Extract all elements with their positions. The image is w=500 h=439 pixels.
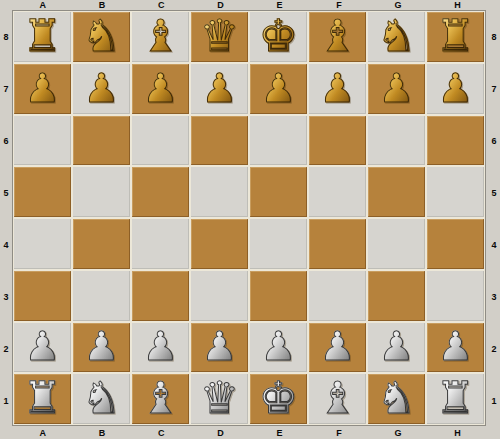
square-e8[interactable]: ♚ <box>250 12 307 62</box>
file-labels-top: ABCDEFGH <box>13 0 487 10</box>
piece-black-bishop[interactable]: ♝ <box>318 14 357 58</box>
square-g6[interactable] <box>368 116 425 166</box>
rank-label-1: 1 <box>488 375 500 427</box>
square-h8[interactable]: ♜ <box>427 12 484 62</box>
square-f7[interactable]: ♟ <box>309 64 366 114</box>
square-f5[interactable] <box>309 167 366 217</box>
file-label-d: D <box>191 0 250 10</box>
square-h5[interactable] <box>427 167 484 217</box>
rank-label-4: 4 <box>0 219 12 271</box>
rank-label-3: 3 <box>0 271 12 323</box>
piece-white-pawn[interactable]: ♟ <box>379 326 415 366</box>
piece-white-pawn[interactable]: ♟ <box>438 326 474 366</box>
square-g1[interactable]: ♞ <box>368 374 425 424</box>
file-label-b: B <box>72 0 131 10</box>
piece-black-king[interactable]: ♚ <box>259 14 298 58</box>
square-a8[interactable]: ♜ <box>14 12 71 62</box>
square-c1[interactable]: ♝ <box>132 374 189 424</box>
piece-white-queen[interactable]: ♛ <box>200 376 239 420</box>
square-a2[interactable]: ♟ <box>14 323 71 373</box>
square-e5[interactable] <box>250 167 307 217</box>
piece-black-pawn[interactable]: ♟ <box>143 68 179 108</box>
square-b4[interactable] <box>73 219 130 269</box>
square-h3[interactable] <box>427 271 484 321</box>
square-h4[interactable] <box>427 219 484 269</box>
piece-black-pawn[interactable]: ♟ <box>379 68 415 108</box>
square-c8[interactable]: ♝ <box>132 12 189 62</box>
square-b8[interactable]: ♞ <box>73 12 130 62</box>
piece-white-rook[interactable]: ♜ <box>23 376 62 420</box>
rank-label-5: 5 <box>0 167 12 219</box>
piece-black-pawn[interactable]: ♟ <box>438 68 474 108</box>
rank-label-7: 7 <box>488 63 500 115</box>
square-a3[interactable] <box>14 271 71 321</box>
chess-game-window: ABCDEFGH 87654321 ♜♞♝♛♚♝♞♜♟♟♟♟♟♟♟♟♟♟♟♟♟♟… <box>0 0 500 439</box>
rank-labels-right: 87654321 <box>488 11 500 427</box>
square-f8[interactable]: ♝ <box>309 12 366 62</box>
square-a5[interactable] <box>14 167 71 217</box>
square-d2[interactable]: ♟ <box>191 323 248 373</box>
square-d4[interactable] <box>191 219 248 269</box>
file-label-f: F <box>309 0 368 10</box>
rank-label-6: 6 <box>0 115 12 167</box>
piece-black-rook[interactable]: ♜ <box>436 14 475 58</box>
square-e7[interactable]: ♟ <box>250 64 307 114</box>
square-h2[interactable]: ♟ <box>427 323 484 373</box>
piece-white-pawn[interactable]: ♟ <box>25 326 61 366</box>
rank-labels-left: 87654321 <box>0 11 12 427</box>
chess-board: ♜♞♝♛♚♝♞♜♟♟♟♟♟♟♟♟♟♟♟♟♟♟♟♟♜♞♝♛♚♝♞♜ <box>12 10 486 426</box>
piece-white-pawn[interactable]: ♟ <box>320 326 356 366</box>
square-c3[interactable] <box>132 271 189 321</box>
file-label-d: D <box>191 427 250 439</box>
piece-black-pawn[interactable]: ♟ <box>320 68 356 108</box>
rank-label-2: 2 <box>488 323 500 375</box>
file-label-b: B <box>72 427 131 439</box>
file-label-g: G <box>369 427 428 439</box>
square-c5[interactable] <box>132 167 189 217</box>
file-label-c: C <box>132 427 191 439</box>
file-labels-bottom: ABCDEFGH <box>13 427 487 439</box>
piece-white-pawn[interactable]: ♟ <box>84 326 120 366</box>
piece-black-queen[interactable]: ♛ <box>200 14 239 58</box>
piece-white-pawn[interactable]: ♟ <box>143 326 179 366</box>
file-label-a: A <box>13 0 72 10</box>
square-g7[interactable]: ♟ <box>368 64 425 114</box>
piece-white-rook[interactable]: ♜ <box>436 376 475 420</box>
square-b7[interactable]: ♟ <box>73 64 130 114</box>
rank-label-8: 8 <box>0 11 12 63</box>
piece-black-bishop[interactable]: ♝ <box>141 14 180 58</box>
square-d5[interactable] <box>191 167 248 217</box>
piece-black-pawn[interactable]: ♟ <box>202 68 238 108</box>
square-b3[interactable] <box>73 271 130 321</box>
square-e4[interactable] <box>250 219 307 269</box>
square-f2[interactable]: ♟ <box>309 323 366 373</box>
square-c6[interactable] <box>132 116 189 166</box>
piece-black-pawn[interactable]: ♟ <box>261 68 297 108</box>
piece-white-king[interactable]: ♚ <box>259 376 298 420</box>
piece-black-rook[interactable]: ♜ <box>23 14 62 58</box>
square-h6[interactable] <box>427 116 484 166</box>
rank-label-8: 8 <box>488 11 500 63</box>
square-c7[interactable]: ♟ <box>132 64 189 114</box>
rank-label-1: 1 <box>0 375 12 427</box>
square-b5[interactable] <box>73 167 130 217</box>
piece-black-knight[interactable]: ♞ <box>82 14 121 58</box>
square-e2[interactable]: ♟ <box>250 323 307 373</box>
square-d7[interactable]: ♟ <box>191 64 248 114</box>
file-label-e: E <box>250 427 309 439</box>
square-e6[interactable] <box>250 116 307 166</box>
square-a6[interactable] <box>14 116 71 166</box>
piece-white-pawn[interactable]: ♟ <box>202 326 238 366</box>
square-d3[interactable] <box>191 271 248 321</box>
piece-white-knight[interactable]: ♞ <box>377 376 416 420</box>
square-d6[interactable] <box>191 116 248 166</box>
square-g2[interactable]: ♟ <box>368 323 425 373</box>
square-g8[interactable]: ♞ <box>368 12 425 62</box>
square-a1[interactable]: ♜ <box>14 374 71 424</box>
piece-white-bishop[interactable]: ♝ <box>141 376 180 420</box>
square-a4[interactable] <box>14 219 71 269</box>
piece-white-bishop[interactable]: ♝ <box>318 376 357 420</box>
file-label-h: H <box>428 427 487 439</box>
square-f3[interactable] <box>309 271 366 321</box>
square-e1[interactable]: ♚ <box>250 374 307 424</box>
piece-black-pawn[interactable]: ♟ <box>84 68 120 108</box>
square-g3[interactable] <box>368 271 425 321</box>
square-a7[interactable]: ♟ <box>14 64 71 114</box>
rank-label-3: 3 <box>488 271 500 323</box>
rank-label-7: 7 <box>0 63 12 115</box>
rank-label-2: 2 <box>0 323 12 375</box>
square-f4[interactable] <box>309 219 366 269</box>
square-f6[interactable] <box>309 116 366 166</box>
file-label-h: H <box>428 0 487 10</box>
square-b2[interactable]: ♟ <box>73 323 130 373</box>
square-h1[interactable]: ♜ <box>427 374 484 424</box>
file-label-e: E <box>250 0 309 10</box>
square-c4[interactable] <box>132 219 189 269</box>
piece-black-pawn[interactable]: ♟ <box>25 68 61 108</box>
square-c2[interactable]: ♟ <box>132 323 189 373</box>
square-h7[interactable]: ♟ <box>427 64 484 114</box>
square-b6[interactable] <box>73 116 130 166</box>
square-d8[interactable]: ♛ <box>191 12 248 62</box>
file-label-a: A <box>13 427 72 439</box>
square-g5[interactable] <box>368 167 425 217</box>
rank-label-5: 5 <box>488 167 500 219</box>
rank-label-4: 4 <box>488 219 500 271</box>
file-label-c: C <box>132 0 191 10</box>
square-g4[interactable] <box>368 219 425 269</box>
square-e3[interactable] <box>250 271 307 321</box>
square-d1[interactable]: ♛ <box>191 374 248 424</box>
piece-black-knight[interactable]: ♞ <box>377 14 416 58</box>
file-label-g: G <box>369 0 428 10</box>
piece-white-pawn[interactable]: ♟ <box>261 326 297 366</box>
rank-label-6: 6 <box>488 115 500 167</box>
piece-white-knight[interactable]: ♞ <box>82 376 121 420</box>
file-label-f: F <box>309 427 368 439</box>
square-f1[interactable]: ♝ <box>309 374 366 424</box>
square-b1[interactable]: ♞ <box>73 374 130 424</box>
